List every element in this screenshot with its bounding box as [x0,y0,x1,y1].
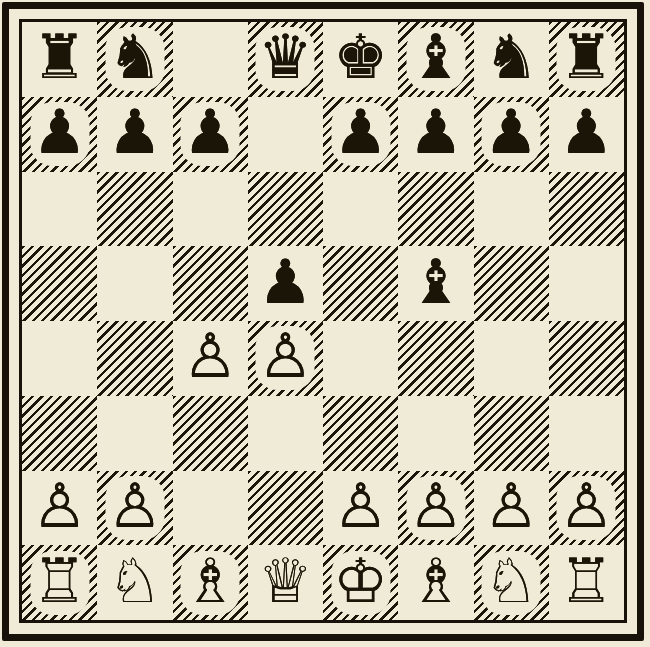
piece-black-king[interactable]: ♚ [333,26,388,87]
piece-white-pawn[interactable]: ♙ [409,475,464,536]
square-b6[interactable] [97,172,172,247]
square-f2[interactable]: ♙ [398,471,473,546]
square-a6[interactable] [22,172,97,247]
piece-black-pawn[interactable]: ♟ [484,101,539,162]
square-d2[interactable] [248,471,323,546]
square-b1[interactable]: ♘ [97,545,172,620]
square-e2[interactable]: ♙ [323,471,398,546]
square-a5[interactable] [22,246,97,321]
piece-black-bishop[interactable]: ♝ [409,26,464,87]
square-g1[interactable]: ♘ [474,545,549,620]
square-a8[interactable]: ♜ [22,22,97,97]
square-g6[interactable] [474,172,549,247]
square-c6[interactable] [173,172,248,247]
chess-diagram-page: ♜♞♛♚♝♞♜♟♟♟♟♟♟♟♟♝♙♙♙♙♙♙♙♙♖♘♗♕♔♗♘♖ [0,0,650,647]
square-b7[interactable]: ♟ [97,97,172,172]
piece-white-bishop[interactable]: ♗ [409,550,464,611]
square-d6[interactable] [248,172,323,247]
square-a1[interactable]: ♖ [22,545,97,620]
chess-board: ♜♞♛♚♝♞♜♟♟♟♟♟♟♟♟♝♙♙♙♙♙♙♙♙♖♘♗♕♔♗♘♖ [19,19,627,623]
piece-black-pawn[interactable]: ♟ [183,101,238,162]
square-f3[interactable] [398,396,473,471]
square-f4[interactable] [398,321,473,396]
square-g4[interactable] [474,321,549,396]
piece-white-rook[interactable]: ♖ [559,550,614,611]
square-b4[interactable] [97,321,172,396]
square-f7[interactable]: ♟ [398,97,473,172]
square-f6[interactable] [398,172,473,247]
square-f5[interactable]: ♝ [398,246,473,321]
square-c8[interactable] [173,22,248,97]
square-e4[interactable] [323,321,398,396]
square-g5[interactable] [474,246,549,321]
piece-white-pawn[interactable]: ♙ [108,475,163,536]
square-a4[interactable] [22,321,97,396]
square-c2[interactable] [173,471,248,546]
square-g2[interactable]: ♙ [474,471,549,546]
piece-black-pawn[interactable]: ♟ [333,101,388,162]
piece-white-pawn[interactable]: ♙ [484,475,539,536]
square-h6[interactable] [549,172,624,247]
piece-white-knight[interactable]: ♘ [108,550,163,611]
square-e8[interactable]: ♚ [323,22,398,97]
piece-black-pawn[interactable]: ♟ [258,251,313,312]
square-e6[interactable] [323,172,398,247]
square-h3[interactable] [549,396,624,471]
piece-white-queen[interactable]: ♕ [258,550,313,611]
square-h4[interactable] [549,321,624,396]
square-c1[interactable]: ♗ [173,545,248,620]
piece-black-rook[interactable]: ♜ [559,26,614,87]
square-d7[interactable] [248,97,323,172]
square-g3[interactable] [474,396,549,471]
piece-white-rook[interactable]: ♖ [32,550,87,611]
square-c5[interactable] [173,246,248,321]
square-e1[interactable]: ♔ [323,545,398,620]
square-e5[interactable] [323,246,398,321]
piece-black-rook[interactable]: ♜ [32,26,87,87]
piece-white-pawn[interactable]: ♙ [183,325,238,386]
square-a2[interactable]: ♙ [22,471,97,546]
piece-black-knight[interactable]: ♞ [484,26,539,87]
piece-white-pawn[interactable]: ♙ [32,475,87,536]
square-e7[interactable]: ♟ [323,97,398,172]
piece-white-bishop[interactable]: ♗ [183,550,238,611]
square-g7[interactable]: ♟ [474,97,549,172]
square-d3[interactable] [248,396,323,471]
piece-black-knight[interactable]: ♞ [108,26,163,87]
piece-black-pawn[interactable]: ♟ [32,101,87,162]
piece-white-king[interactable]: ♔ [333,550,388,611]
piece-black-pawn[interactable]: ♟ [409,101,464,162]
piece-white-pawn[interactable]: ♙ [258,325,313,386]
square-d1[interactable]: ♕ [248,545,323,620]
square-h5[interactable] [549,246,624,321]
piece-white-pawn[interactable]: ♙ [559,475,614,536]
square-c7[interactable]: ♟ [173,97,248,172]
square-h2[interactable]: ♙ [549,471,624,546]
square-a3[interactable] [22,396,97,471]
square-d5[interactable]: ♟ [248,246,323,321]
square-d8[interactable]: ♛ [248,22,323,97]
square-f8[interactable]: ♝ [398,22,473,97]
square-b8[interactable]: ♞ [97,22,172,97]
piece-white-pawn[interactable]: ♙ [333,475,388,536]
piece-white-knight[interactable]: ♘ [484,550,539,611]
square-h7[interactable]: ♟ [549,97,624,172]
piece-black-bishop[interactable]: ♝ [409,251,464,312]
square-d4[interactable]: ♙ [248,321,323,396]
square-b3[interactable] [97,396,172,471]
piece-black-queen[interactable]: ♛ [258,26,313,87]
square-f1[interactable]: ♗ [398,545,473,620]
square-h1[interactable]: ♖ [549,545,624,620]
square-b5[interactable] [97,246,172,321]
square-h8[interactable]: ♜ [549,22,624,97]
square-c4[interactable]: ♙ [173,321,248,396]
square-e3[interactable] [323,396,398,471]
piece-black-pawn[interactable]: ♟ [559,101,614,162]
square-c3[interactable] [173,396,248,471]
square-b2[interactable]: ♙ [97,471,172,546]
piece-black-pawn[interactable]: ♟ [108,101,163,162]
square-g8[interactable]: ♞ [474,22,549,97]
square-a7[interactable]: ♟ [22,97,97,172]
